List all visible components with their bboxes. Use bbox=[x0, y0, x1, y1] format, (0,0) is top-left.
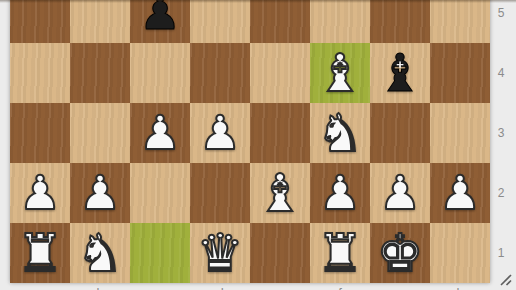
square-e1[interactable] bbox=[250, 223, 310, 283]
square-c5[interactable]: ♟ bbox=[130, 0, 190, 43]
piece-white-pawn[interactable]: ♟ bbox=[199, 103, 241, 163]
piece-white-pawn[interactable]: ♟ bbox=[79, 163, 121, 223]
square-b3[interactable] bbox=[70, 103, 130, 163]
square-g1[interactable]: ♚ bbox=[370, 223, 430, 283]
piece-black-bishop[interactable]: ♝+ bbox=[377, 43, 424, 103]
square-c4[interactable] bbox=[130, 43, 190, 103]
piece-white-pawn[interactable]: ♟ bbox=[139, 103, 181, 163]
file-label-b: b bbox=[90, 285, 110, 290]
square-a4[interactable] bbox=[10, 43, 70, 103]
square-h5[interactable] bbox=[430, 0, 490, 43]
square-e3[interactable] bbox=[250, 103, 310, 163]
bishop-cross-detail: + bbox=[396, 58, 404, 71]
square-a1[interactable]: ♜ bbox=[10, 223, 70, 283]
square-g5[interactable] bbox=[370, 0, 430, 43]
file-label-f: f bbox=[330, 285, 350, 290]
piece-white-pawn[interactable]: ♟ bbox=[379, 163, 421, 223]
resize-handle-icon[interactable] bbox=[498, 272, 512, 286]
rank-label-3: 3 bbox=[491, 126, 511, 140]
file-label-g: g bbox=[390, 285, 410, 290]
square-e5[interactable] bbox=[250, 0, 310, 43]
square-g4[interactable]: ♝+ bbox=[370, 43, 430, 103]
rank-label-4: 4 bbox=[491, 66, 511, 80]
piece-white-pawn[interactable]: ♟ bbox=[439, 163, 481, 223]
square-e2[interactable]: ♝+ bbox=[250, 163, 310, 223]
square-b1[interactable]: ♞ bbox=[70, 223, 130, 283]
file-label-h: h bbox=[450, 285, 470, 290]
piece-white-rook[interactable]: ♜ bbox=[317, 223, 364, 283]
square-h1[interactable] bbox=[430, 223, 490, 283]
chess-board: ♟♝+♝+♟♟♞♟♟♝+♟♟♟♜♞♛♜♚ bbox=[10, 0, 490, 283]
square-c3[interactable]: ♟ bbox=[130, 103, 190, 163]
square-c2[interactable] bbox=[130, 163, 190, 223]
square-a3[interactable] bbox=[10, 103, 70, 163]
square-h2[interactable]: ♟ bbox=[430, 163, 490, 223]
chess-board-viewport: ♟♝+♝+♟♟♞♟♟♝+♟♟♟♜♞♛♜♚ 54321abcdefgh bbox=[0, 0, 516, 290]
bishop-cross-detail: + bbox=[276, 178, 284, 191]
rank-label-2: 2 bbox=[491, 186, 511, 200]
piece-white-pawn[interactable]: ♟ bbox=[19, 163, 61, 223]
square-f1[interactable]: ♜ bbox=[310, 223, 370, 283]
square-f5[interactable] bbox=[310, 0, 370, 43]
square-d3[interactable]: ♟ bbox=[190, 103, 250, 163]
piece-white-queen[interactable]: ♛ bbox=[197, 223, 244, 283]
piece-white-knight[interactable]: ♞ bbox=[317, 103, 364, 163]
piece-white-pawn[interactable]: ♟ bbox=[319, 163, 361, 223]
piece-white-king[interactable]: ♚ bbox=[377, 223, 424, 283]
square-h3[interactable] bbox=[430, 103, 490, 163]
square-b2[interactable]: ♟ bbox=[70, 163, 130, 223]
piece-white-bishop[interactable]: ♝+ bbox=[317, 43, 364, 103]
square-g3[interactable] bbox=[370, 103, 430, 163]
square-h4[interactable] bbox=[430, 43, 490, 103]
piece-white-knight[interactable]: ♞ bbox=[77, 223, 124, 283]
piece-white-rook[interactable]: ♜ bbox=[17, 223, 64, 283]
piece-black-pawn[interactable]: ♟ bbox=[139, 0, 181, 43]
file-label-c: c bbox=[150, 285, 170, 290]
square-g2[interactable]: ♟ bbox=[370, 163, 430, 223]
square-d2[interactable] bbox=[190, 163, 250, 223]
square-f3[interactable]: ♞ bbox=[310, 103, 370, 163]
file-label-e: e bbox=[270, 285, 290, 290]
square-a2[interactable]: ♟ bbox=[10, 163, 70, 223]
piece-white-bishop[interactable]: ♝+ bbox=[257, 163, 304, 223]
rank-label-1: 1 bbox=[491, 246, 511, 260]
square-b5[interactable] bbox=[70, 0, 130, 43]
square-f2[interactable]: ♟ bbox=[310, 163, 370, 223]
square-d1[interactable]: ♛ bbox=[190, 223, 250, 283]
square-e4[interactable] bbox=[250, 43, 310, 103]
square-d5[interactable] bbox=[190, 0, 250, 43]
file-label-a: a bbox=[30, 285, 50, 290]
square-b4[interactable] bbox=[70, 43, 130, 103]
file-label-d: d bbox=[210, 285, 230, 290]
bishop-cross-detail: + bbox=[336, 58, 344, 71]
rank-label-5: 5 bbox=[491, 6, 511, 20]
square-c1[interactable] bbox=[130, 223, 190, 283]
square-f4[interactable]: ♝+ bbox=[310, 43, 370, 103]
square-d4[interactable] bbox=[190, 43, 250, 103]
square-a5[interactable] bbox=[10, 0, 70, 43]
